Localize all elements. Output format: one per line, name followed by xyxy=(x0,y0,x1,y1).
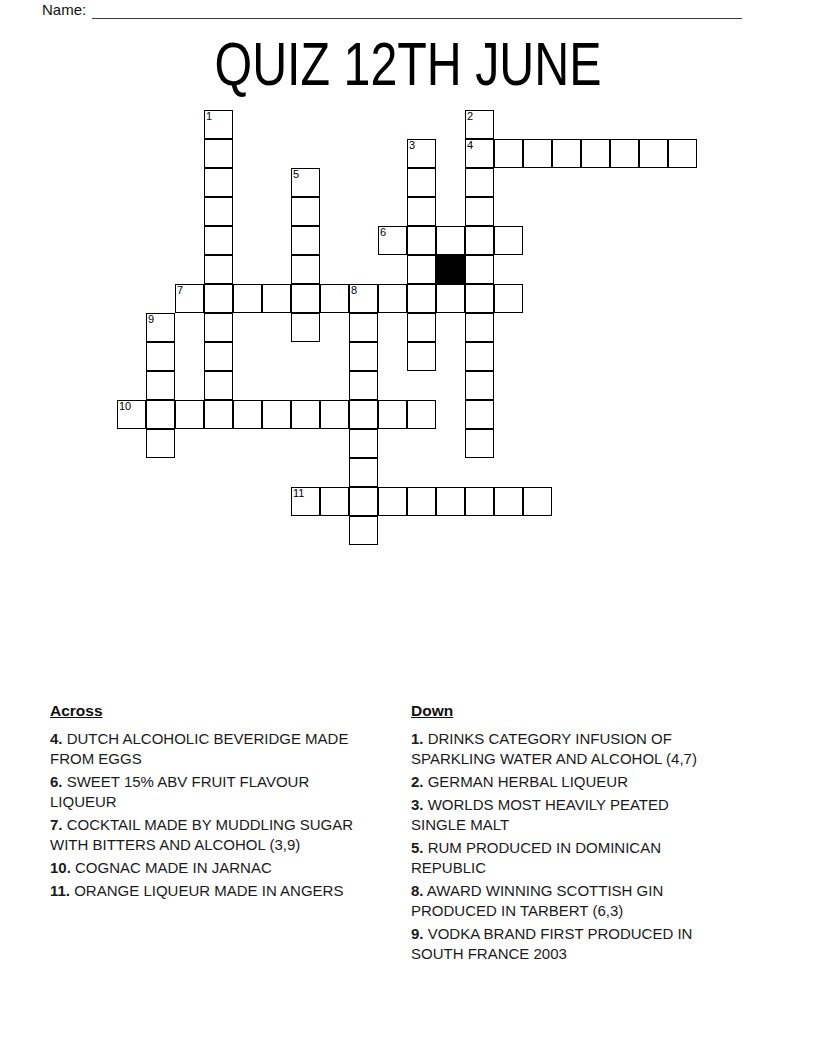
grid-cell[interactable] xyxy=(204,400,233,429)
grid-cell[interactable] xyxy=(291,284,320,313)
black-cell xyxy=(436,255,465,284)
grid-cell[interactable] xyxy=(465,487,494,516)
grid-cell[interactable] xyxy=(407,255,436,284)
grid-cell[interactable] xyxy=(407,487,436,516)
clue-item-text: VODKA BRAND FIRST PRODUCED IN SOUTH FRAN… xyxy=(411,925,692,962)
grid-cell[interactable] xyxy=(436,226,465,255)
grid-cell[interactable] xyxy=(349,313,378,342)
grid-cell[interactable] xyxy=(349,400,378,429)
grid-cell[interactable] xyxy=(552,139,581,168)
clue-item-text: WORLDS MOST HEAVILY PEATED SINGLE MALT xyxy=(411,796,669,833)
grid-cell[interactable] xyxy=(465,255,494,284)
clue-item: 6. SWEET 15% ABV FRUIT FLAVOUR LIQUEUR xyxy=(50,772,356,812)
grid-cell[interactable] xyxy=(407,139,436,168)
clue-item-number: 3. xyxy=(411,796,424,813)
clue-item-text: AWARD WINNING SCOTTISH GIN PRODUCED IN T… xyxy=(411,882,663,919)
name-entry-line[interactable] xyxy=(92,2,742,19)
clue-item-text: COCKTAIL MADE BY MUDDLING SUGAR WITH BIT… xyxy=(50,816,353,853)
clue-item-number: 1. xyxy=(411,730,424,747)
grid-cell[interactable] xyxy=(349,284,378,313)
grid-cell[interactable] xyxy=(233,284,262,313)
grid-cell[interactable] xyxy=(233,400,262,429)
grid-cell[interactable] xyxy=(494,487,523,516)
clue-item-number: 5. xyxy=(411,839,424,856)
grid-cell[interactable] xyxy=(204,255,233,284)
grid-cell[interactable] xyxy=(349,342,378,371)
grid-cell[interactable] xyxy=(407,226,436,255)
grid-cell[interactable] xyxy=(320,284,349,313)
grid-cell[interactable] xyxy=(523,487,552,516)
grid-cell[interactable] xyxy=(320,400,349,429)
grid-cell[interactable] xyxy=(262,284,291,313)
grid-cell[interactable] xyxy=(494,139,523,168)
clue-item-number: 7. xyxy=(50,816,63,833)
grid-cell[interactable] xyxy=(175,284,204,313)
clue-item-text: COGNAC MADE IN JARNAC xyxy=(75,859,272,876)
grid-cell[interactable] xyxy=(465,197,494,226)
grid-cell[interactable] xyxy=(378,400,407,429)
name-label: Name: xyxy=(42,1,86,19)
grid-cell[interactable] xyxy=(146,400,175,429)
down-clues-section: Down 1. DRINKS CATEGORY INFUSION OF SPAR… xyxy=(411,701,717,967)
grid-cell[interactable] xyxy=(204,197,233,226)
grid-cell[interactable] xyxy=(349,458,378,487)
grid-cell[interactable] xyxy=(610,139,639,168)
clue-item-number: 10. xyxy=(50,859,71,876)
grid-cell[interactable] xyxy=(262,400,291,429)
down-heading: Down xyxy=(411,701,717,721)
grid-cell[interactable] xyxy=(378,226,407,255)
grid-cell[interactable] xyxy=(146,371,175,400)
clue-item-number: 11. xyxy=(50,882,70,899)
grid-cell[interactable] xyxy=(436,487,465,516)
grid-cell[interactable] xyxy=(291,226,320,255)
grid-cell[interactable] xyxy=(465,371,494,400)
grid-cell[interactable] xyxy=(204,226,233,255)
grid-cell[interactable] xyxy=(407,284,436,313)
grid-cell[interactable] xyxy=(146,313,175,342)
across-clues-section: Across 4. DUTCH ALCOHOLIC BEVERIDGE MADE… xyxy=(50,701,356,904)
grid-cell[interactable] xyxy=(581,139,610,168)
grid-cell[interactable] xyxy=(349,487,378,516)
grid-cell[interactable] xyxy=(465,429,494,458)
clue-item-text: GERMAN HERBAL LIQUEUR xyxy=(428,773,628,790)
grid-cell[interactable] xyxy=(349,371,378,400)
grid-cell[interactable] xyxy=(465,400,494,429)
clue-item: 9. VODKA BRAND FIRST PRODUCED IN SOUTH F… xyxy=(411,924,717,964)
grid-cell[interactable] xyxy=(204,313,233,342)
clue-item-number: 9. xyxy=(411,925,424,942)
grid-cell[interactable] xyxy=(320,487,349,516)
clue-item: 5. RUM PRODUCED IN DOMINICAN REPUBLIC xyxy=(411,838,717,878)
clue-item-text: RUM PRODUCED IN DOMINICAN REPUBLIC xyxy=(411,839,661,876)
grid-cell[interactable] xyxy=(175,400,204,429)
clue-item: 1. DRINKS CATEGORY INFUSION OF SPARKLING… xyxy=(411,729,717,769)
grid-cell[interactable] xyxy=(494,284,523,313)
grid-cell[interactable] xyxy=(465,226,494,255)
page-title: QUIZ 12TH JUNE xyxy=(90,33,726,95)
grid-cell[interactable] xyxy=(349,516,378,545)
name-field-row: Name: xyxy=(42,1,742,19)
clue-item-text: ORANGE LIQUEUR MADE IN ANGERS xyxy=(74,882,343,899)
grid-cell[interactable] xyxy=(407,197,436,226)
grid-cell[interactable] xyxy=(349,429,378,458)
grid-cell[interactable] xyxy=(204,284,233,313)
grid-cell[interactable] xyxy=(291,487,320,516)
grid-cell[interactable] xyxy=(378,284,407,313)
grid-cell[interactable] xyxy=(204,342,233,371)
grid-cell[interactable] xyxy=(465,342,494,371)
across-clues: 4. DUTCH ALCOHOLIC BEVERIDGE MADE FROM E… xyxy=(50,729,356,901)
grid-cell[interactable] xyxy=(465,168,494,197)
grid-cell[interactable] xyxy=(146,429,175,458)
grid-cell[interactable] xyxy=(291,197,320,226)
clue-item: 10. COGNAC MADE IN JARNAC xyxy=(50,858,356,878)
clue-item-number: 6. xyxy=(50,773,63,790)
grid-cell[interactable] xyxy=(204,139,233,168)
clue-item: 2. GERMAN HERBAL LIQUEUR xyxy=(411,772,717,792)
clue-item-number: 8. xyxy=(411,882,424,899)
grid-cell[interactable] xyxy=(291,400,320,429)
clue-item-number: 2. xyxy=(411,773,424,790)
grid-cell[interactable] xyxy=(146,342,175,371)
grid-cell[interactable] xyxy=(204,371,233,400)
grid-cell[interactable] xyxy=(494,226,523,255)
grid-cell[interactable] xyxy=(465,313,494,342)
grid-cell[interactable] xyxy=(291,313,320,342)
grid-cell[interactable] xyxy=(465,110,494,139)
grid-cell[interactable] xyxy=(291,168,320,197)
clue-item: 11. ORANGE LIQUEUR MADE IN ANGERS xyxy=(50,881,356,901)
clue-item-text: DRINKS CATEGORY INFUSION OF SPARKLING WA… xyxy=(411,730,697,767)
grid-cell[interactable] xyxy=(639,139,668,168)
grid-cell[interactable] xyxy=(668,139,697,168)
clue-item: 8. AWARD WINNING SCOTTISH GIN PRODUCED I… xyxy=(411,881,717,921)
grid-cell[interactable] xyxy=(407,342,436,371)
grid-cell[interactable] xyxy=(465,139,494,168)
across-heading: Across xyxy=(50,701,356,721)
clue-item-number: 4. xyxy=(50,730,63,747)
clue-item: 3. WORLDS MOST HEAVILY PEATED SINGLE MAL… xyxy=(411,795,717,835)
grid-cell[interactable] xyxy=(407,168,436,197)
grid-cell[interactable] xyxy=(407,313,436,342)
grid-cell[interactable] xyxy=(204,168,233,197)
grid-cell[interactable] xyxy=(436,284,465,313)
clue-item: 4. DUTCH ALCOHOLIC BEVERIDGE MADE FROM E… xyxy=(50,729,356,769)
clue-item: 7. COCKTAIL MADE BY MUDDLING SUGAR WITH … xyxy=(50,815,356,855)
grid-cell[interactable] xyxy=(378,487,407,516)
clue-item-text: SWEET 15% ABV FRUIT FLAVOUR LIQUEUR xyxy=(50,773,309,810)
grid-cell[interactable] xyxy=(407,400,436,429)
clue-item-text: DUTCH ALCOHOLIC BEVERIDGE MADE FROM EGGS xyxy=(50,730,348,767)
down-clues: 1. DRINKS CATEGORY INFUSION OF SPARKLING… xyxy=(411,729,717,964)
grid-cell[interactable] xyxy=(465,284,494,313)
grid-cell[interactable] xyxy=(291,255,320,284)
grid-cell[interactable] xyxy=(204,110,233,139)
grid-cell[interactable] xyxy=(117,400,146,429)
grid-cell[interactable] xyxy=(523,139,552,168)
crossword-grid: 1234567891011 xyxy=(117,110,698,546)
